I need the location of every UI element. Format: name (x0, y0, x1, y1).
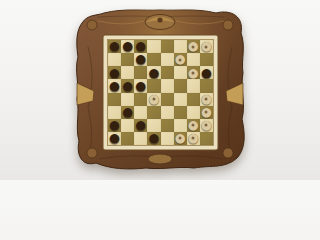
dark-piece[interactable]: ● (147, 132, 160, 145)
light-piece[interactable]: ● (187, 66, 200, 79)
square-d3[interactable] (147, 106, 160, 119)
square-e1[interactable] (161, 132, 174, 145)
square-e6[interactable] (161, 66, 174, 79)
square-e5[interactable] (161, 79, 174, 92)
square-a5[interactable]: ● (108, 79, 121, 92)
square-f4[interactable] (174, 93, 187, 106)
square-c1[interactable] (134, 132, 147, 145)
square-a4[interactable] (108, 93, 121, 106)
light-piece[interactable]: ● (187, 40, 200, 53)
square-d1[interactable]: ● (147, 132, 160, 145)
square-c7[interactable]: ● (134, 53, 147, 66)
dark-piece[interactable]: ● (121, 106, 134, 119)
square-c5[interactable]: ● (134, 79, 147, 92)
light-piece[interactable]: ● (147, 93, 160, 106)
square-d4[interactable]: ● (147, 93, 160, 106)
top-crest-carving (145, 15, 175, 30)
dark-piece[interactable]: ● (134, 119, 147, 132)
square-b5[interactable]: ● (121, 79, 134, 92)
square-e4[interactable] (161, 93, 174, 106)
bottom-crest-carving (148, 154, 172, 164)
square-h2[interactable]: ● (200, 119, 213, 132)
square-d6[interactable]: ● (147, 66, 160, 79)
square-e3[interactable] (161, 106, 174, 119)
square-b2[interactable] (121, 119, 134, 132)
square-c4[interactable] (134, 93, 147, 106)
square-b8[interactable]: ● (121, 40, 134, 53)
dark-piece[interactable]: ● (200, 66, 213, 79)
square-b7[interactable] (121, 53, 134, 66)
dark-piece[interactable]: ● (108, 40, 121, 53)
square-b3[interactable]: ● (121, 106, 134, 119)
dark-piece[interactable]: ● (121, 79, 134, 92)
light-piece[interactable]: ● (187, 132, 200, 145)
square-f7[interactable]: ● (174, 53, 187, 66)
square-d8[interactable] (147, 40, 160, 53)
chess-board[interactable]: ●●●●●●●●●●●●●●●●●●●●●●●●●● (108, 40, 213, 145)
square-f3[interactable] (174, 106, 187, 119)
photo-background: ●●●●●●●●●●●●●●●●●●●●●●●●●● (0, 0, 320, 180)
dark-piece[interactable]: ● (108, 132, 121, 145)
light-piece[interactable]: ● (200, 119, 213, 132)
square-g1[interactable]: ● (187, 132, 200, 145)
dark-piece[interactable]: ● (121, 40, 134, 53)
light-piece[interactable]: ● (174, 53, 187, 66)
square-g8[interactable]: ● (187, 40, 200, 53)
dark-piece[interactable]: ● (108, 79, 121, 92)
dark-piece[interactable]: ● (134, 79, 147, 92)
square-f5[interactable] (174, 79, 187, 92)
light-piece[interactable]: ● (174, 132, 187, 145)
dark-piece[interactable]: ● (147, 66, 160, 79)
square-a8[interactable]: ● (108, 40, 121, 53)
square-e8[interactable] (161, 40, 174, 53)
square-h1[interactable] (200, 132, 213, 145)
square-b1[interactable] (121, 132, 134, 145)
light-piece[interactable]: ● (200, 40, 213, 53)
dark-piece[interactable]: ● (134, 53, 147, 66)
square-g4[interactable] (187, 93, 200, 106)
square-g5[interactable] (187, 79, 200, 92)
square-e7[interactable] (161, 53, 174, 66)
square-g6[interactable]: ● (187, 66, 200, 79)
square-h8[interactable]: ● (200, 40, 213, 53)
square-h6[interactable]: ● (200, 66, 213, 79)
square-c2[interactable]: ● (134, 119, 147, 132)
square-a1[interactable]: ● (108, 132, 121, 145)
square-f6[interactable] (174, 66, 187, 79)
square-e2[interactable] (161, 119, 174, 132)
square-f1[interactable]: ● (174, 132, 187, 145)
